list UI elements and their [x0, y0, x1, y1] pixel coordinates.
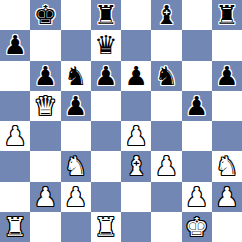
- square-c6[interactable]: ♞: [61, 61, 91, 91]
- square-h2[interactable]: ♟: [212, 182, 242, 212]
- square-b4[interactable]: [30, 121, 60, 151]
- square-h7[interactable]: [212, 30, 242, 60]
- piece-black-knight[interactable]: ♞: [155, 63, 178, 89]
- square-c1[interactable]: [61, 212, 91, 242]
- piece-white-pawn[interactable]: ♟: [185, 184, 208, 210]
- chess-board: ♚♜♝♜♟♛♟♞♟♟♞♟♛♟♟♟♟♞♝♟♞♟♟♟♟♜♜♚: [0, 0, 242, 242]
- square-c3[interactable]: ♞: [61, 151, 91, 181]
- square-c5[interactable]: ♟: [61, 91, 91, 121]
- square-b2[interactable]: ♟: [30, 182, 60, 212]
- square-h6[interactable]: ♟: [212, 61, 242, 91]
- piece-black-pawn[interactable]: ♟: [34, 63, 57, 89]
- square-c8[interactable]: [61, 0, 91, 30]
- piece-white-pawn[interactable]: ♟: [34, 184, 57, 210]
- square-d2[interactable]: [91, 182, 121, 212]
- piece-white-pawn[interactable]: ♟: [64, 184, 87, 210]
- square-e6[interactable]: ♟: [121, 61, 151, 91]
- square-g6[interactable]: [182, 61, 212, 91]
- square-a2[interactable]: [0, 182, 30, 212]
- square-d6[interactable]: ♟: [91, 61, 121, 91]
- square-f1[interactable]: [151, 212, 181, 242]
- square-d3[interactable]: [91, 151, 121, 181]
- square-e4[interactable]: ♟: [121, 121, 151, 151]
- square-f3[interactable]: ♟: [151, 151, 181, 181]
- piece-white-rook[interactable]: ♜: [94, 214, 117, 240]
- square-e2[interactable]: [121, 182, 151, 212]
- square-b6[interactable]: ♟: [30, 61, 60, 91]
- square-a1[interactable]: ♜: [0, 212, 30, 242]
- piece-black-knight[interactable]: ♞: [64, 63, 87, 89]
- square-h8[interactable]: ♜: [212, 0, 242, 30]
- square-g1[interactable]: ♚: [182, 212, 212, 242]
- piece-black-pawn[interactable]: ♟: [215, 63, 238, 89]
- square-e5[interactable]: [121, 91, 151, 121]
- piece-white-pawn[interactable]: ♟: [124, 123, 147, 149]
- square-f2[interactable]: [151, 182, 181, 212]
- piece-white-knight[interactable]: ♞: [64, 153, 87, 179]
- square-f8[interactable]: ♝: [151, 0, 181, 30]
- square-c4[interactable]: [61, 121, 91, 151]
- square-b1[interactable]: [30, 212, 60, 242]
- square-a8[interactable]: [0, 0, 30, 30]
- square-d4[interactable]: [91, 121, 121, 151]
- square-d5[interactable]: [91, 91, 121, 121]
- square-b7[interactable]: [30, 30, 60, 60]
- piece-black-bishop[interactable]: ♝: [155, 2, 178, 28]
- piece-white-bishop[interactable]: ♝: [124, 153, 147, 179]
- square-f4[interactable]: [151, 121, 181, 151]
- square-b8[interactable]: ♚: [30, 0, 60, 30]
- square-e1[interactable]: [121, 212, 151, 242]
- square-b5[interactable]: ♛: [30, 91, 60, 121]
- square-c7[interactable]: [61, 30, 91, 60]
- square-g5[interactable]: ♟: [182, 91, 212, 121]
- square-f6[interactable]: ♞: [151, 61, 181, 91]
- square-g4[interactable]: [182, 121, 212, 151]
- square-a3[interactable]: [0, 151, 30, 181]
- piece-white-rook[interactable]: ♜: [3, 214, 26, 240]
- piece-white-pawn[interactable]: ♟: [155, 153, 178, 179]
- square-a6[interactable]: [0, 61, 30, 91]
- square-g3[interactable]: [182, 151, 212, 181]
- piece-white-pawn[interactable]: ♟: [3, 123, 26, 149]
- square-h4[interactable]: [212, 121, 242, 151]
- piece-white-queen[interactable]: ♛: [34, 93, 57, 119]
- piece-white-king[interactable]: ♚: [185, 214, 208, 240]
- square-g8[interactable]: [182, 0, 212, 30]
- square-f5[interactable]: [151, 91, 181, 121]
- square-e8[interactable]: [121, 0, 151, 30]
- piece-black-rook[interactable]: ♜: [94, 2, 117, 28]
- square-a7[interactable]: ♟: [0, 30, 30, 60]
- square-d8[interactable]: ♜: [91, 0, 121, 30]
- square-f7[interactable]: [151, 30, 181, 60]
- square-g2[interactable]: ♟: [182, 182, 212, 212]
- square-h1[interactable]: [212, 212, 242, 242]
- piece-white-knight[interactable]: ♞: [215, 153, 238, 179]
- piece-black-pawn[interactable]: ♟: [64, 93, 87, 119]
- piece-black-rook[interactable]: ♜: [215, 2, 238, 28]
- square-b3[interactable]: [30, 151, 60, 181]
- square-a5[interactable]: [0, 91, 30, 121]
- piece-white-pawn[interactable]: ♟: [215, 184, 238, 210]
- square-d1[interactable]: ♜: [91, 212, 121, 242]
- piece-black-pawn[interactable]: ♟: [3, 32, 26, 58]
- piece-black-pawn[interactable]: ♟: [94, 63, 117, 89]
- piece-black-king[interactable]: ♚: [34, 2, 57, 28]
- piece-black-queen[interactable]: ♛: [94, 32, 117, 58]
- square-e3[interactable]: ♝: [121, 151, 151, 181]
- square-a4[interactable]: ♟: [0, 121, 30, 151]
- piece-black-pawn[interactable]: ♟: [185, 93, 208, 119]
- square-e7[interactable]: [121, 30, 151, 60]
- piece-black-pawn[interactable]: ♟: [124, 63, 147, 89]
- square-h3[interactable]: ♞: [212, 151, 242, 181]
- square-h5[interactable]: [212, 91, 242, 121]
- square-c2[interactable]: ♟: [61, 182, 91, 212]
- square-d7[interactable]: ♛: [91, 30, 121, 60]
- square-g7[interactable]: [182, 30, 212, 60]
